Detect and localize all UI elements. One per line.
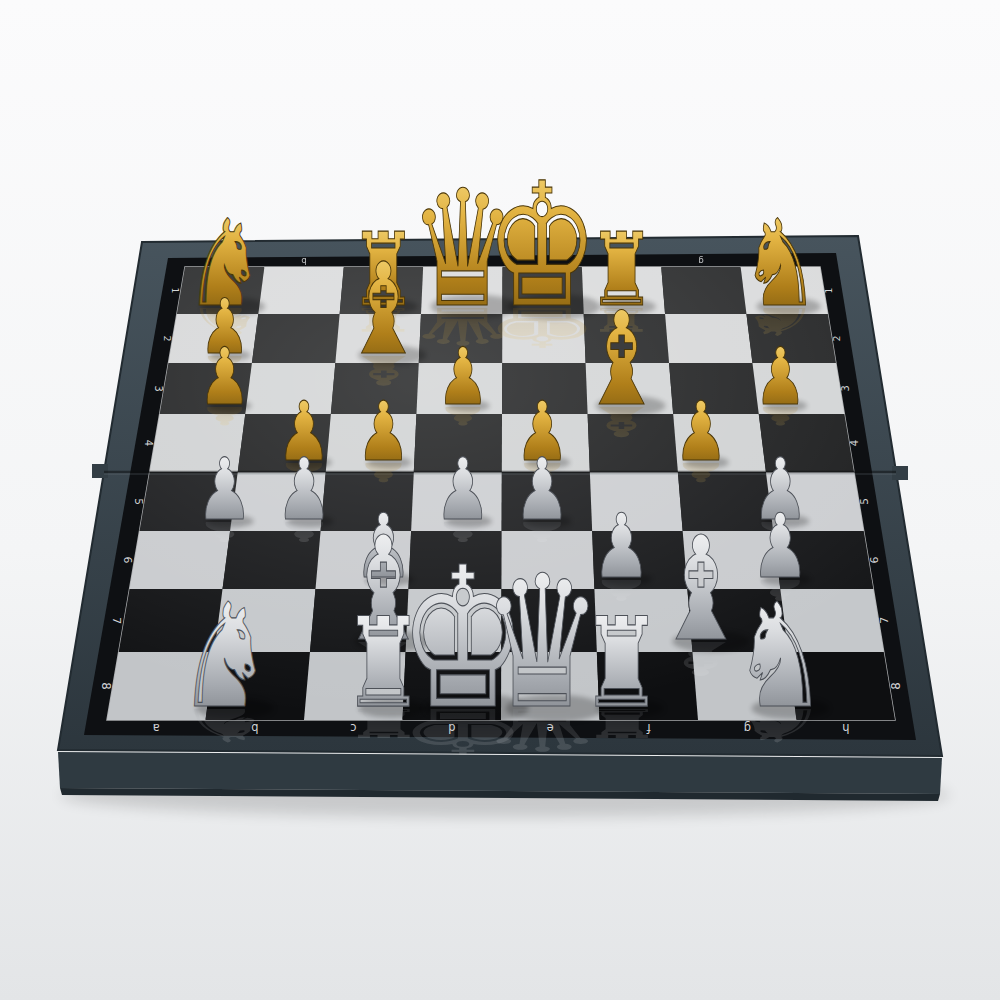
product-photo-stage: aabbccddeeffgghh1122334455667788♞♞♜♜♛♛♚♚…	[0, 0, 1000, 1000]
silver-pawn-glyph: ♟	[196, 440, 253, 540]
gold-knight-glyph: ♞	[741, 193, 820, 333]
piece-silver-knight-h8: ♞♞	[733, 573, 830, 752]
rank-label-right-4: 4	[849, 440, 860, 446]
piece-silver-rook-f8: ♜♜	[580, 592, 663, 747]
rank-label-left-3: 3	[153, 385, 164, 391]
piece-silver-pawn-a5: ♟♟	[196, 440, 253, 548]
silver-knight-glyph: ♞	[733, 573, 828, 740]
rank-label-right-8: 8	[889, 682, 903, 690]
file-label-far-g: g	[698, 256, 703, 266]
file-label-far-b: b	[301, 256, 306, 266]
piece-gold-pawn-d3: ♟♟	[437, 331, 490, 430]
piece-gold-pawn-h3: ♟♟	[754, 331, 807, 430]
rank-label-right-6: 6	[868, 556, 881, 563]
rank-label-left-8: 8	[99, 682, 113, 690]
gold-bishop-glyph: ♝	[342, 236, 426, 383]
rank-label-right-3: 3	[840, 385, 851, 391]
silver-knight-glyph: ♞	[177, 573, 272, 740]
rank-label-left-2: 2	[162, 335, 173, 341]
rank-label-right-5: 5	[858, 498, 870, 505]
silver-rook-glyph: ♜	[580, 592, 662, 736]
piece-gold-bishop-f3: ♝♝	[579, 283, 666, 445]
piece-gold-pawn-a3: ♟♟	[198, 331, 251, 430]
rank-label-left-5: 5	[133, 498, 145, 505]
rank-label-right-7: 7	[877, 617, 891, 624]
rank-label-right-1: 1	[824, 288, 834, 294]
silver-pawn-glyph: ♟	[276, 440, 333, 540]
gold-pawn-glyph: ♟	[437, 331, 489, 422]
piece-silver-pawn-b5: ♟♟	[276, 440, 333, 548]
piece-gold-pawn-c4: ♟♟	[356, 384, 411, 487]
gold-pawn-glyph: ♟	[356, 384, 410, 479]
file-label-near-h: h	[842, 721, 849, 735]
gold-pawn-glyph: ♟	[674, 384, 728, 479]
piece-gold-knight-h1: ♞♞	[741, 193, 821, 343]
chessboard: aabbccddeeffgghh1122334455667788♞♞♜♜♛♛♚♚…	[0, 0, 1000, 1000]
silver-pawn-glyph: ♟	[434, 440, 491, 540]
piece-gold-bishop-c2: ♝♝	[342, 236, 427, 394]
rank-label-left-7: 7	[110, 617, 124, 624]
rank-label-left-4: 4	[143, 440, 154, 446]
rank-label-left-6: 6	[121, 557, 134, 564]
file-label-near-a: a	[153, 721, 160, 735]
gold-bishop-glyph: ♝	[579, 283, 665, 434]
gold-pawn-glyph: ♟	[198, 331, 250, 422]
piece-gold-pawn-g4: ♟♟	[674, 384, 729, 487]
rank-label-left-1: 1	[170, 288, 180, 294]
piece-silver-knight-a8: ♞♞	[177, 573, 274, 752]
rank-label-right-2: 2	[831, 335, 842, 341]
gold-pawn-glyph: ♟	[754, 331, 806, 422]
silver-pawn-glyph: ♟	[514, 440, 571, 540]
